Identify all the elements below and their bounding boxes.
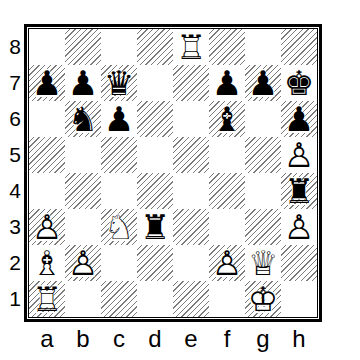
- square-a6[interactable]: [29, 101, 65, 137]
- square-b5[interactable]: [65, 137, 101, 173]
- square-f3[interactable]: [209, 209, 245, 245]
- board-frame: ♜♖♟♟♟♟♛♛♟♟♟♟♚♚♞♞♟♟♝♝♟♟♟♙♜♜♟♙♞♘♜♜♟♙♝♗♟♙♟♙…: [24, 24, 322, 322]
- square-f7[interactable]: ♟♟: [209, 65, 245, 101]
- piece-white-pawn: ♙: [281, 209, 317, 245]
- square-e4[interactable]: [173, 173, 209, 209]
- square-h7[interactable]: ♚♚: [281, 65, 317, 101]
- square-c6[interactable]: ♟♟: [101, 101, 137, 137]
- square-g2[interactable]: ♛♕: [245, 245, 281, 281]
- rank-label-7: 7: [0, 65, 21, 101]
- piece-white-king: ♔: [245, 281, 281, 317]
- square-c5[interactable]: [101, 137, 137, 173]
- square-a4[interactable]: [29, 173, 65, 209]
- white-rook-halo: ♜: [27, 279, 68, 320]
- white-knight-halo: ♞: [99, 207, 140, 248]
- file-label-e: e: [173, 325, 209, 353]
- square-a7[interactable]: ♟♟: [29, 65, 65, 101]
- square-a2[interactable]: ♝♗: [29, 245, 65, 281]
- rank-label-4: 4: [0, 173, 21, 209]
- chess-diagram: 87654321 ♜♖♟♟♟♟♛♛♟♟♟♟♚♚♞♞♟♟♝♝♟♟♟♙♜♜♟♙♞♘♜…: [0, 0, 360, 360]
- square-c3[interactable]: ♞♘: [101, 209, 137, 245]
- black-pawn-halo: ♟: [243, 63, 284, 104]
- file-labels: abcdefgh: [29, 325, 317, 353]
- square-b2[interactable]: ♟♙: [65, 245, 101, 281]
- square-d3[interactable]: ♜♜: [137, 209, 173, 245]
- piece-black-bishop: ♝: [209, 101, 245, 137]
- piece-white-bishop: ♗: [29, 245, 65, 281]
- square-g6[interactable]: [245, 101, 281, 137]
- square-d1[interactable]: [137, 281, 173, 317]
- black-pawn-halo: ♟: [27, 63, 68, 104]
- square-e5[interactable]: [173, 137, 209, 173]
- square-d8[interactable]: [137, 29, 173, 65]
- piece-black-rook: ♜: [137, 209, 173, 245]
- piece-black-pawn: ♟: [209, 65, 245, 101]
- black-pawn-halo: ♟: [279, 99, 320, 140]
- square-h1[interactable]: [281, 281, 317, 317]
- black-pawn-halo: ♟: [63, 63, 104, 104]
- square-a8[interactable]: [29, 29, 65, 65]
- square-e7[interactable]: [173, 65, 209, 101]
- board-inner-border: ♜♖♟♟♟♟♛♛♟♟♟♟♚♚♞♞♟♟♝♝♟♟♟♙♜♜♟♙♞♘♜♜♟♙♝♗♟♙♟♙…: [28, 28, 318, 318]
- black-rook-halo: ♜: [279, 171, 320, 212]
- piece-black-pawn: ♟: [65, 65, 101, 101]
- square-b4[interactable]: [65, 173, 101, 209]
- square-h3[interactable]: ♟♙: [281, 209, 317, 245]
- white-pawn-halo: ♟: [279, 207, 320, 248]
- square-c1[interactable]: [101, 281, 137, 317]
- piece-black-rook: ♜: [281, 173, 317, 209]
- white-bishop-halo: ♝: [27, 243, 68, 284]
- piece-black-knight: ♞: [65, 101, 101, 137]
- square-g5[interactable]: [245, 137, 281, 173]
- black-pawn-halo: ♟: [99, 99, 140, 140]
- black-queen-halo: ♛: [99, 63, 140, 104]
- square-a3[interactable]: ♟♙: [29, 209, 65, 245]
- piece-black-pawn: ♟: [29, 65, 65, 101]
- rank-labels: 87654321: [0, 29, 21, 317]
- square-b1[interactable]: [65, 281, 101, 317]
- piece-white-queen: ♕: [245, 245, 281, 281]
- square-d7[interactable]: [137, 65, 173, 101]
- piece-white-rook: ♖: [173, 29, 209, 65]
- square-h4[interactable]: ♜♜: [281, 173, 317, 209]
- square-f5[interactable]: [209, 137, 245, 173]
- square-h2[interactable]: [281, 245, 317, 281]
- black-rook-halo: ♜: [135, 207, 176, 248]
- piece-white-pawn: ♙: [281, 137, 317, 173]
- file-label-a: a: [29, 325, 65, 353]
- square-f4[interactable]: [209, 173, 245, 209]
- square-b6[interactable]: ♞♞: [65, 101, 101, 137]
- white-pawn-halo: ♟: [279, 135, 320, 176]
- file-label-b: b: [65, 325, 101, 353]
- piece-white-pawn: ♙: [209, 245, 245, 281]
- square-c7[interactable]: ♛♛: [101, 65, 137, 101]
- black-pawn-halo: ♟: [207, 63, 248, 104]
- square-e2[interactable]: [173, 245, 209, 281]
- file-label-f: f: [209, 325, 245, 353]
- square-g1[interactable]: ♚♔: [245, 281, 281, 317]
- white-king-halo: ♚: [243, 279, 284, 320]
- square-c8[interactable]: [101, 29, 137, 65]
- square-d6[interactable]: [137, 101, 173, 137]
- square-f8[interactable]: [209, 29, 245, 65]
- piece-black-queen: ♛: [101, 65, 137, 101]
- black-knight-halo: ♞: [63, 99, 104, 140]
- piece-white-knight: ♘: [101, 209, 137, 245]
- black-king-halo: ♚: [279, 63, 320, 104]
- piece-black-pawn: ♟: [245, 65, 281, 101]
- square-h8[interactable]: [281, 29, 317, 65]
- rank-label-1: 1: [0, 281, 21, 317]
- white-queen-halo: ♛: [243, 243, 284, 284]
- chess-board: ♜♖♟♟♟♟♛♛♟♟♟♟♚♚♞♞♟♟♝♝♟♟♟♙♜♜♟♙♞♘♜♜♟♙♝♗♟♙♟♙…: [29, 29, 317, 317]
- square-c4[interactable]: [101, 173, 137, 209]
- rank-label-8: 8: [0, 29, 21, 65]
- square-g8[interactable]: [245, 29, 281, 65]
- file-label-d: d: [137, 325, 173, 353]
- square-g7[interactable]: ♟♟: [245, 65, 281, 101]
- white-rook-halo: ♜: [171, 27, 212, 68]
- square-e6[interactable]: [173, 101, 209, 137]
- square-e1[interactable]: [173, 281, 209, 317]
- rank-label-2: 2: [0, 245, 21, 281]
- piece-black-king: ♚: [281, 65, 317, 101]
- square-a5[interactable]: [29, 137, 65, 173]
- piece-black-pawn: ♟: [101, 101, 137, 137]
- piece-white-pawn: ♙: [65, 245, 101, 281]
- square-g3[interactable]: [245, 209, 281, 245]
- file-label-g: g: [245, 325, 281, 353]
- square-h6[interactable]: ♟♟: [281, 101, 317, 137]
- square-h5[interactable]: ♟♙: [281, 137, 317, 173]
- white-pawn-halo: ♟: [27, 207, 68, 248]
- white-pawn-halo: ♟: [63, 243, 104, 284]
- file-label-c: c: [101, 325, 137, 353]
- square-b3[interactable]: [65, 209, 101, 245]
- square-g4[interactable]: [245, 173, 281, 209]
- square-d4[interactable]: [137, 173, 173, 209]
- square-d2[interactable]: [137, 245, 173, 281]
- file-label-h: h: [281, 325, 317, 353]
- square-e8[interactable]: ♜♖: [173, 29, 209, 65]
- square-f6[interactable]: ♝♝: [209, 101, 245, 137]
- square-b8[interactable]: [65, 29, 101, 65]
- square-a1[interactable]: ♜♖: [29, 281, 65, 317]
- rank-label-3: 3: [0, 209, 21, 245]
- piece-black-pawn: ♟: [281, 101, 317, 137]
- rank-label-6: 6: [0, 101, 21, 137]
- piece-white-rook: ♖: [29, 281, 65, 317]
- white-pawn-halo: ♟: [207, 243, 248, 284]
- square-e3[interactable]: [173, 209, 209, 245]
- square-f1[interactable]: [209, 281, 245, 317]
- black-bishop-halo: ♝: [207, 99, 248, 140]
- square-c2[interactable]: [101, 245, 137, 281]
- square-f2[interactable]: ♟♙: [209, 245, 245, 281]
- piece-white-pawn: ♙: [29, 209, 65, 245]
- square-d5[interactable]: [137, 137, 173, 173]
- rank-label-5: 5: [0, 137, 21, 173]
- square-b7[interactable]: ♟♟: [65, 65, 101, 101]
